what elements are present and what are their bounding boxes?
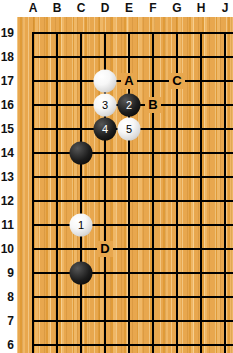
column-label-E: E [117,1,141,16]
row-label-10: 10 [0,241,14,257]
row-label-9: 9 [0,265,14,281]
column-label-H: H [189,1,213,16]
row-label-6: 6 [0,337,14,353]
stone-number: 2 [126,100,132,111]
grid-line-horizontal-7 [32,320,233,322]
column-label-F: F [141,1,165,16]
row-label-17: 17 [0,73,14,89]
grid-line-horizontal-13 [32,176,233,178]
row-label-11: 11 [0,217,14,233]
grid-line-horizontal-12 [32,200,233,202]
point-label-D10[interactable]: D [97,241,113,257]
stone-number: 5 [126,124,132,135]
grid-line-horizontal-14 [32,152,233,154]
stone-black-D15: 4 [94,118,117,141]
stone-black-C9 [70,262,93,285]
go-diagram: ABCDEFGHJ 191817161514131211109876 ABCD3… [0,0,233,353]
grid-line-horizontal-10 [32,248,233,250]
column-label-A: A [21,1,45,16]
row-label-14: 14 [0,145,14,161]
column-label-J: J [213,1,233,16]
column-label-G: G [165,1,189,16]
grid-line-horizontal-9 [32,272,233,274]
column-label-C: C [69,1,93,16]
grid-line-horizontal-11 [32,224,233,226]
grid-line-horizontal-19 [32,32,233,34]
grid-line-horizontal-8 [32,296,233,298]
stone-white-D16: 3 [94,94,117,117]
stone-white-C11: 1 [70,214,93,237]
row-label-15: 15 [0,121,14,137]
column-label-B: B [45,1,69,16]
row-label-13: 13 [0,169,14,185]
point-label-F16[interactable]: B [145,97,161,113]
stone-white-E15: 5 [118,118,141,141]
point-label-E17[interactable]: A [121,73,137,89]
row-label-19: 19 [0,25,14,41]
stone-number: 1 [78,220,84,231]
row-label-18: 18 [0,49,14,65]
row-label-8: 8 [0,289,14,305]
go-board: ABCD32451 [17,17,233,353]
stone-black-E16: 2 [118,94,141,117]
grid-line-horizontal-6 [32,344,233,346]
column-label-D: D [93,1,117,16]
point-label-G17[interactable]: C [169,73,185,89]
row-label-7: 7 [0,313,14,329]
stone-white-D17 [94,70,117,93]
row-label-12: 12 [0,193,14,209]
stone-number: 3 [102,100,108,111]
grid-line-horizontal-18 [32,56,233,58]
row-label-16: 16 [0,97,14,113]
stone-black-C14 [70,142,93,165]
stone-number: 4 [102,124,108,135]
